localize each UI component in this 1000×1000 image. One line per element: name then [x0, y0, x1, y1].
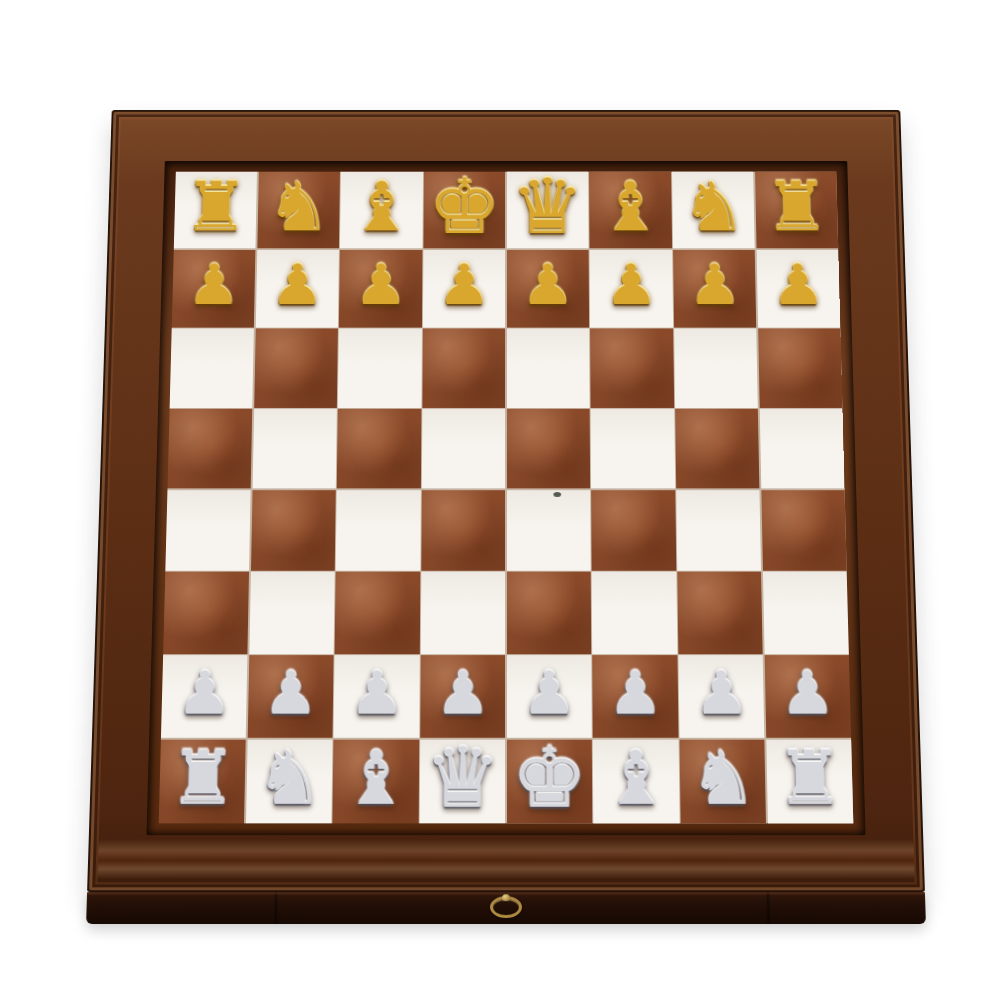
square-g3[interactable] — [677, 572, 763, 654]
square-a6[interactable] — [170, 329, 254, 408]
square-h2[interactable]: ♟ — [764, 655, 851, 738]
piece-silver-knight[interactable]: ♞ — [689, 743, 758, 813]
piece-gold-bishop[interactable]: ♝ — [349, 175, 414, 239]
square-b8[interactable]: ♞ — [257, 172, 340, 249]
square-e5[interactable] — [507, 409, 590, 489]
square-g4[interactable] — [676, 490, 761, 571]
square-f7[interactable]: ♟ — [590, 250, 673, 328]
square-d7[interactable]: ♟ — [423, 250, 505, 328]
square-a3[interactable] — [163, 572, 249, 654]
piece-silver-king[interactable]: ♚ — [511, 739, 588, 818]
piece-silver-pawn[interactable]: ♟ — [263, 665, 319, 722]
square-g1[interactable]: ♞ — [680, 740, 767, 824]
square-e1[interactable]: ♚ — [507, 740, 593, 824]
square-d1[interactable]: ♛ — [420, 740, 506, 824]
piece-silver-pawn[interactable]: ♟ — [780, 665, 836, 722]
storage-drawer — [86, 892, 926, 924]
piece-gold-pawn[interactable]: ♟ — [771, 259, 825, 312]
piece-gold-pawn[interactable]: ♟ — [438, 259, 491, 312]
piece-silver-pawn[interactable]: ♟ — [435, 665, 490, 722]
drawer-ring-handle[interactable] — [490, 896, 522, 918]
square-h8[interactable]: ♜ — [755, 172, 838, 249]
square-a1[interactable]: ♜ — [159, 740, 246, 824]
square-e7[interactable]: ♟ — [507, 250, 589, 328]
square-d3[interactable] — [421, 572, 505, 654]
square-f5[interactable] — [591, 409, 675, 489]
square-a8[interactable]: ♜ — [174, 172, 257, 249]
square-e2[interactable]: ♟ — [507, 655, 592, 738]
piece-silver-pawn[interactable]: ♟ — [608, 665, 663, 722]
square-b5[interactable] — [252, 409, 336, 489]
square-e8[interactable]: ♛ — [507, 172, 589, 249]
square-g8[interactable]: ♞ — [672, 172, 755, 249]
square-c7[interactable]: ♟ — [339, 250, 422, 328]
square-e3[interactable] — [507, 572, 591, 654]
piece-silver-rook[interactable]: ♜ — [168, 743, 237, 813]
square-a7[interactable]: ♟ — [172, 250, 256, 328]
square-c4[interactable] — [336, 490, 420, 571]
square-h7[interactable]: ♟ — [756, 250, 840, 328]
square-d8[interactable]: ♚ — [423, 172, 505, 249]
piece-silver-knight[interactable]: ♞ — [255, 743, 324, 813]
square-d4[interactable] — [421, 490, 505, 571]
piece-silver-queen[interactable]: ♛ — [424, 739, 501, 818]
piece-silver-bishop[interactable]: ♝ — [342, 743, 410, 813]
square-f4[interactable] — [592, 490, 676, 571]
piece-gold-knight[interactable]: ♞ — [266, 175, 332, 239]
square-c6[interactable] — [338, 329, 421, 408]
piece-gold-queen[interactable]: ♛ — [511, 171, 584, 244]
piece-silver-pawn[interactable]: ♟ — [522, 665, 577, 722]
piece-gold-pawn[interactable]: ♟ — [605, 259, 658, 312]
piece-silver-pawn[interactable]: ♟ — [176, 665, 232, 722]
piece-gold-rook[interactable]: ♜ — [763, 175, 829, 239]
square-c5[interactable] — [337, 409, 421, 489]
square-b6[interactable] — [254, 329, 338, 408]
piece-silver-rook[interactable]: ♜ — [775, 743, 844, 813]
square-d5[interactable] — [422, 409, 505, 489]
piece-gold-king[interactable]: ♚ — [428, 171, 501, 244]
square-f6[interactable] — [590, 329, 673, 408]
piece-gold-knight[interactable]: ♞ — [681, 175, 747, 239]
square-g2[interactable]: ♟ — [679, 655, 765, 738]
square-c3[interactable] — [335, 572, 420, 654]
square-h4[interactable] — [761, 490, 846, 571]
square-c8[interactable]: ♝ — [340, 172, 422, 249]
board-well: ♜♞♝♚♛♝♞♜♟♟♟♟♟♟♟♟♟♟♟♟♟♟♟♟♜♞♝♛♚♝♞♜ — [146, 161, 865, 835]
square-a2[interactable]: ♟ — [161, 655, 248, 738]
square-d6[interactable] — [422, 329, 505, 408]
square-e4[interactable] — [507, 490, 591, 571]
square-f3[interactable] — [592, 572, 677, 654]
square-b4[interactable] — [251, 490, 336, 571]
piece-silver-bishop[interactable]: ♝ — [602, 743, 670, 813]
piece-gold-pawn[interactable]: ♟ — [187, 259, 241, 312]
piece-silver-pawn[interactable]: ♟ — [349, 665, 404, 722]
piece-gold-bishop[interactable]: ♝ — [598, 175, 663, 239]
board-surface: ♜♞♝♚♛♝♞♜♟♟♟♟♟♟♟♟♟♟♟♟♟♟♟♟♜♞♝♛♚♝♞♜ — [159, 172, 854, 824]
piece-gold-rook[interactable]: ♜ — [183, 175, 249, 239]
square-a4[interactable] — [165, 490, 250, 571]
square-h1[interactable]: ♜ — [766, 740, 853, 824]
square-g6[interactable] — [674, 329, 758, 408]
square-c1[interactable]: ♝ — [333, 740, 419, 824]
square-e6[interactable] — [507, 329, 590, 408]
piece-gold-pawn[interactable]: ♟ — [354, 259, 407, 312]
board-frame: ♜♞♝♚♛♝♞♜♟♟♟♟♟♟♟♟♟♟♟♟♟♟♟♟♜♞♝♛♚♝♞♜ — [87, 110, 925, 892]
square-f8[interactable]: ♝ — [589, 172, 671, 249]
square-h6[interactable] — [758, 329, 842, 408]
piece-silver-pawn[interactable]: ♟ — [694, 665, 750, 722]
chess-set-photo: ♜♞♝♚♛♝♞♜♟♟♟♟♟♟♟♟♟♟♟♟♟♟♟♟♜♞♝♛♚♝♞♜ — [86, 110, 926, 926]
square-g7[interactable]: ♟ — [673, 250, 756, 328]
square-g5[interactable] — [675, 409, 759, 489]
square-f2[interactable]: ♟ — [593, 655, 679, 738]
square-h5[interactable] — [760, 409, 845, 489]
square-b7[interactable]: ♟ — [255, 250, 338, 328]
square-a5[interactable] — [167, 409, 252, 489]
square-c2[interactable]: ♟ — [334, 655, 420, 738]
square-b3[interactable] — [249, 572, 335, 654]
square-b1[interactable]: ♞ — [246, 740, 333, 824]
square-b2[interactable]: ♟ — [247, 655, 333, 738]
piece-gold-pawn[interactable]: ♟ — [270, 259, 324, 312]
square-h3[interactable] — [763, 572, 849, 654]
square-f1[interactable]: ♝ — [593, 740, 679, 824]
piece-gold-pawn[interactable]: ♟ — [521, 259, 574, 312]
piece-gold-pawn[interactable]: ♟ — [688, 259, 742, 312]
square-d2[interactable]: ♟ — [420, 655, 505, 738]
